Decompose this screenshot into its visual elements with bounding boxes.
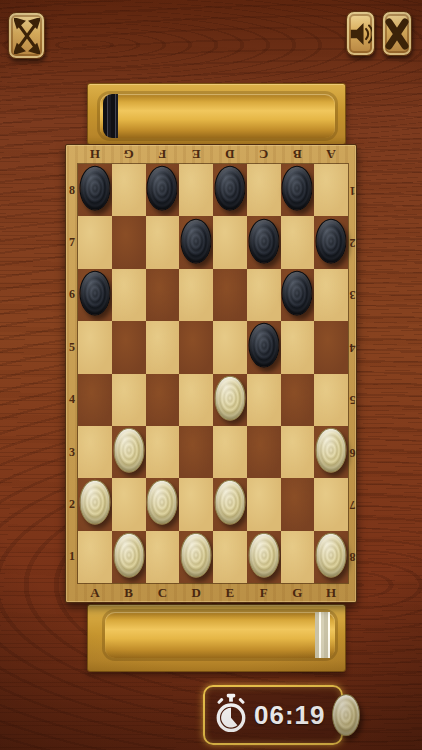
file-label-top-b: B — [281, 145, 315, 163]
light-piece-e2[interactable] — [214, 480, 245, 525]
square-f3[interactable] — [247, 426, 281, 478]
square-g7[interactable] — [281, 216, 315, 268]
file-label-bottom-a: A — [78, 583, 112, 603]
turn-indicator-piece — [332, 694, 360, 736]
board: ABCDEFGH ABCDEFGH 87654321 87654321 — [65, 144, 357, 603]
rank-label-right-4: 4 — [347, 321, 358, 373]
captured-dark-pieces-band — [103, 94, 118, 138]
square-h5[interactable] — [314, 321, 348, 373]
square-e1[interactable] — [213, 531, 247, 583]
rank-label-right-8: 8 — [347, 531, 358, 583]
file-label-top-f: F — [146, 145, 180, 163]
square-h1[interactable] — [314, 531, 348, 583]
rank-label-left-6: 6 — [66, 269, 78, 321]
timer-text: 06:19 — [254, 700, 326, 731]
file-labels-top: ABCDEFGH — [78, 145, 348, 163]
rank-label-right-1: 1 — [347, 164, 358, 216]
square-c6[interactable] — [146, 269, 180, 321]
light-piece-a2[interactable] — [79, 480, 110, 525]
square-g1[interactable] — [281, 531, 315, 583]
square-b3[interactable] — [112, 426, 146, 478]
square-b6[interactable] — [112, 269, 146, 321]
rank-labels-left: 87654321 — [66, 164, 78, 583]
square-a7[interactable] — [78, 216, 112, 268]
square-a6[interactable] — [78, 269, 112, 321]
captured-pieces-tray-top — [87, 83, 346, 145]
square-c3[interactable] — [146, 426, 180, 478]
dark-piece-f5[interactable] — [248, 323, 279, 368]
rank-label-left-4: 4 — [66, 374, 78, 426]
speaker-icon — [350, 19, 372, 49]
rank-label-left-7: 7 — [66, 216, 78, 268]
square-d2[interactable] — [179, 478, 213, 530]
rank-label-right-7: 7 — [347, 478, 358, 530]
stopwatch-icon — [215, 693, 247, 737]
square-e4[interactable] — [213, 374, 247, 426]
square-g4[interactable] — [281, 374, 315, 426]
dark-piece-a6[interactable] — [79, 271, 110, 316]
square-a2[interactable] — [78, 478, 112, 530]
file-label-top-e: E — [179, 145, 213, 163]
close-button[interactable] — [382, 11, 412, 56]
rank-label-right-2: 2 — [347, 216, 358, 268]
captured-pieces-tray-bottom — [87, 604, 346, 672]
square-a1[interactable] — [78, 531, 112, 583]
square-d6[interactable] — [179, 269, 213, 321]
file-label-bottom-g: G — [281, 583, 315, 603]
rank-label-left-1: 1 — [66, 531, 78, 583]
square-h2[interactable] — [314, 478, 348, 530]
light-piece-d1[interactable] — [181, 533, 212, 578]
square-f4[interactable] — [247, 374, 281, 426]
square-g3[interactable] — [281, 426, 315, 478]
square-f8[interactable] — [247, 164, 281, 216]
square-g8[interactable] — [281, 164, 315, 216]
dark-piece-d7[interactable] — [181, 218, 212, 263]
rank-label-right-5: 5 — [347, 374, 358, 426]
dark-piece-h7[interactable] — [316, 218, 347, 263]
square-c8[interactable] — [146, 164, 180, 216]
file-label-top-a: A — [314, 145, 348, 163]
square-a8[interactable] — [78, 164, 112, 216]
dark-piece-g8[interactable] — [282, 166, 313, 211]
board-squares — [78, 164, 348, 583]
file-label-bottom-e: E — [213, 583, 247, 603]
rank-label-left-5: 5 — [66, 321, 78, 373]
tray-rod — [100, 94, 335, 138]
square-c2[interactable] — [146, 478, 180, 530]
square-h8[interactable] — [314, 164, 348, 216]
file-label-bottom-h: H — [314, 583, 348, 603]
light-piece-h1[interactable] — [316, 533, 347, 578]
rank-label-left-3: 3 — [66, 426, 78, 478]
square-b2[interactable] — [112, 478, 146, 530]
fullscreen-button[interactable] — [8, 12, 45, 59]
file-label-bottom-d: D — [179, 583, 213, 603]
square-e3[interactable] — [213, 426, 247, 478]
square-d3[interactable] — [179, 426, 213, 478]
square-b4[interactable] — [112, 374, 146, 426]
square-h6[interactable] — [314, 269, 348, 321]
square-h3[interactable] — [314, 426, 348, 478]
square-e7[interactable] — [213, 216, 247, 268]
square-f7[interactable] — [247, 216, 281, 268]
dark-piece-g6[interactable] — [282, 271, 313, 316]
captured-light-pieces-band — [315, 612, 330, 658]
file-label-top-d: D — [213, 145, 247, 163]
square-b1[interactable] — [112, 531, 146, 583]
light-piece-b1[interactable] — [113, 533, 144, 578]
dark-piece-f7[interactable] — [248, 218, 279, 263]
square-h7[interactable] — [314, 216, 348, 268]
rank-label-right-3: 3 — [347, 269, 358, 321]
square-c4[interactable] — [146, 374, 180, 426]
rank-labels-right: 87654321 — [347, 164, 358, 583]
square-f2[interactable] — [247, 478, 281, 530]
rank-label-left-2: 2 — [66, 478, 78, 530]
checkers-app: ABCDEFGH ABCDEFGH 87654321 87654321 06:1… — [0, 0, 422, 750]
square-g5[interactable] — [281, 321, 315, 373]
light-piece-e4[interactable] — [214, 375, 245, 420]
square-e6[interactable] — [213, 269, 247, 321]
file-label-top-g: G — [112, 145, 146, 163]
dark-piece-c8[interactable] — [147, 166, 178, 211]
light-piece-f1[interactable] — [248, 533, 279, 578]
square-d1[interactable] — [179, 531, 213, 583]
x-icon — [385, 17, 409, 51]
sound-button[interactable] — [346, 11, 375, 56]
square-d4[interactable] — [179, 374, 213, 426]
file-label-top-h: H — [78, 145, 112, 163]
status-bar: 06:19 — [203, 685, 343, 745]
file-label-top-c: C — [247, 145, 281, 163]
square-f5[interactable] — [247, 321, 281, 373]
square-a4[interactable] — [78, 374, 112, 426]
square-b5[interactable] — [112, 321, 146, 373]
square-a5[interactable] — [78, 321, 112, 373]
square-d5[interactable] — [179, 321, 213, 373]
tray-rod — [105, 612, 335, 658]
dark-piece-e8[interactable] — [214, 166, 245, 211]
square-e5[interactable] — [213, 321, 247, 373]
square-c5[interactable] — [146, 321, 180, 373]
light-piece-c2[interactable] — [147, 480, 178, 525]
file-label-bottom-b: B — [112, 583, 146, 603]
square-e8[interactable] — [213, 164, 247, 216]
dark-piece-a8[interactable] — [79, 166, 110, 211]
square-d8[interactable] — [179, 164, 213, 216]
square-h4[interactable] — [314, 374, 348, 426]
rank-label-right-6: 6 — [347, 426, 358, 478]
square-c1[interactable] — [146, 531, 180, 583]
square-g6[interactable] — [281, 269, 315, 321]
file-labels-bottom: ABCDEFGH — [78, 583, 348, 603]
square-e2[interactable] — [213, 478, 247, 530]
square-f6[interactable] — [247, 269, 281, 321]
expand-arrows-icon — [14, 18, 40, 54]
square-b8[interactable] — [112, 164, 146, 216]
square-a3[interactable] — [78, 426, 112, 478]
file-label-bottom-c: C — [146, 583, 180, 603]
square-g2[interactable] — [281, 478, 315, 530]
square-c7[interactable] — [146, 216, 180, 268]
light-piece-b3[interactable] — [113, 428, 144, 473]
square-b7[interactable] — [112, 216, 146, 268]
square-f1[interactable] — [247, 531, 281, 583]
square-d7[interactable] — [179, 216, 213, 268]
light-piece-h3[interactable] — [316, 428, 347, 473]
rank-label-left-8: 8 — [66, 164, 78, 216]
file-label-bottom-f: F — [247, 583, 281, 603]
